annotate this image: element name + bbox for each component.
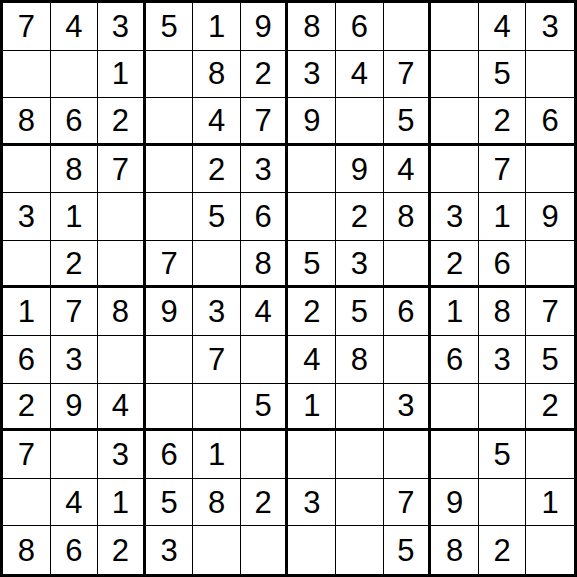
cell-r9c7[interactable]: 1	[288, 384, 336, 432]
cell-r12c2[interactable]: 6	[51, 526, 99, 574]
cell-r4c3[interactable]: 7	[98, 146, 146, 194]
cell-r5c9[interactable]: 8	[384, 193, 432, 241]
cell-r12c11[interactable]: 2	[479, 526, 527, 574]
cell-r2c4[interactable]	[146, 51, 194, 99]
cell-r1c11[interactable]: 4	[479, 3, 527, 51]
cell-r4c2[interactable]: 8	[51, 146, 99, 194]
cell-r12c5[interactable]	[193, 526, 241, 574]
cell-r5c11[interactable]: 1	[479, 193, 527, 241]
cell-r7c11[interactable]: 8	[479, 288, 527, 336]
cell-r7c8[interactable]: 5	[336, 288, 384, 336]
cell-r9c3[interactable]: 4	[98, 384, 146, 432]
cell-r8c3[interactable]	[98, 336, 146, 384]
cell-r10c10[interactable]	[431, 431, 479, 479]
cell-r11c10[interactable]: 9	[431, 479, 479, 527]
cell-r8c6[interactable]	[241, 336, 289, 384]
cell-r7c3[interactable]: 8	[98, 288, 146, 336]
cell-r8c1[interactable]: 6	[3, 336, 51, 384]
cell-r11c1[interactable]	[3, 479, 51, 527]
cell-r4c9[interactable]: 4	[384, 146, 432, 194]
cell-r1c9[interactable]	[384, 3, 432, 51]
cell-r1c5[interactable]: 1	[193, 3, 241, 51]
cell-r7c7[interactable]: 2	[288, 288, 336, 336]
cell-r9c6[interactable]: 5	[241, 384, 289, 432]
cell-r10c1[interactable]: 7	[3, 431, 51, 479]
cell-r7c4[interactable]: 9	[146, 288, 194, 336]
cell-r6c9[interactable]	[384, 241, 432, 289]
cell-r8c2[interactable]: 3	[51, 336, 99, 384]
cell-r1c4[interactable]: 5	[146, 3, 194, 51]
cell-r4c11[interactable]: 7	[479, 146, 527, 194]
cell-r4c7[interactable]	[288, 146, 336, 194]
cell-r5c8[interactable]: 2	[336, 193, 384, 241]
cell-r1c2[interactable]: 4	[51, 3, 99, 51]
cell-r3c7[interactable]: 9	[288, 98, 336, 146]
cell-r12c8[interactable]	[336, 526, 384, 574]
cell-r3c1[interactable]: 8	[3, 98, 51, 146]
cell-r9c9[interactable]: 3	[384, 384, 432, 432]
cell-r3c3[interactable]: 2	[98, 98, 146, 146]
cell-r7c5[interactable]: 3	[193, 288, 241, 336]
cell-r5c3[interactable]	[98, 193, 146, 241]
cell-r11c3[interactable]: 1	[98, 479, 146, 527]
cell-r9c12[interactable]: 2	[526, 384, 574, 432]
cell-r8c4[interactable]	[146, 336, 194, 384]
cell-r6c7[interactable]: 5	[288, 241, 336, 289]
cell-r4c12[interactable]	[526, 146, 574, 194]
cell-r10c3[interactable]: 3	[98, 431, 146, 479]
cell-r12c1[interactable]: 8	[3, 526, 51, 574]
cell-r10c6[interactable]	[241, 431, 289, 479]
cell-r8c7[interactable]: 4	[288, 336, 336, 384]
cell-r11c11[interactable]	[479, 479, 527, 527]
cell-r7c2[interactable]: 7	[51, 288, 99, 336]
cell-r5c12[interactable]: 9	[526, 193, 574, 241]
cell-r9c1[interactable]: 2	[3, 384, 51, 432]
cell-r9c8[interactable]	[336, 384, 384, 432]
cell-r3c12[interactable]: 6	[526, 98, 574, 146]
cell-r6c4[interactable]: 7	[146, 241, 194, 289]
cell-r2c7[interactable]: 3	[288, 51, 336, 99]
cell-r2c9[interactable]: 7	[384, 51, 432, 99]
cell-r2c10[interactable]	[431, 51, 479, 99]
cell-r12c3[interactable]: 2	[98, 526, 146, 574]
cell-r2c3[interactable]: 1	[98, 51, 146, 99]
cell-r2c5[interactable]: 8	[193, 51, 241, 99]
cell-r3c4[interactable]	[146, 98, 194, 146]
cell-r11c5[interactable]: 8	[193, 479, 241, 527]
cell-r4c10[interactable]	[431, 146, 479, 194]
cell-r4c6[interactable]: 3	[241, 146, 289, 194]
cell-r5c4[interactable]	[146, 193, 194, 241]
cell-r1c3[interactable]: 3	[98, 3, 146, 51]
cell-r10c12[interactable]	[526, 431, 574, 479]
cell-r4c1[interactable]	[3, 146, 51, 194]
cell-r6c10[interactable]: 2	[431, 241, 479, 289]
cell-r11c4[interactable]: 5	[146, 479, 194, 527]
cell-r6c11[interactable]: 6	[479, 241, 527, 289]
cell-r12c10[interactable]: 8	[431, 526, 479, 574]
cell-r8c11[interactable]: 3	[479, 336, 527, 384]
cell-r11c12[interactable]: 1	[526, 479, 574, 527]
cell-r9c4[interactable]	[146, 384, 194, 432]
cell-r7c12[interactable]: 7	[526, 288, 574, 336]
cell-r10c5[interactable]: 1	[193, 431, 241, 479]
cell-r3c2[interactable]: 6	[51, 98, 99, 146]
cell-r1c10[interactable]	[431, 3, 479, 51]
cell-r7c6[interactable]: 4	[241, 288, 289, 336]
cell-r11c9[interactable]: 7	[384, 479, 432, 527]
cell-r9c11[interactable]	[479, 384, 527, 432]
cell-r2c12[interactable]	[526, 51, 574, 99]
cell-r12c6[interactable]	[241, 526, 289, 574]
cell-r6c3[interactable]	[98, 241, 146, 289]
cell-r6c5[interactable]	[193, 241, 241, 289]
cell-r1c8[interactable]: 6	[336, 3, 384, 51]
cell-r1c12[interactable]: 3	[526, 3, 574, 51]
cell-r12c7[interactable]	[288, 526, 336, 574]
cell-r5c6[interactable]: 6	[241, 193, 289, 241]
cell-r3c9[interactable]: 5	[384, 98, 432, 146]
cell-r4c8[interactable]: 9	[336, 146, 384, 194]
cell-r5c7[interactable]	[288, 193, 336, 241]
cell-r6c12[interactable]	[526, 241, 574, 289]
cell-r10c9[interactable]	[384, 431, 432, 479]
cell-r3c8[interactable]	[336, 98, 384, 146]
cell-r6c8[interactable]: 3	[336, 241, 384, 289]
cell-r5c10[interactable]: 3	[431, 193, 479, 241]
cell-r9c10[interactable]	[431, 384, 479, 432]
sudoku-board-wrap: 7435198643182347586247952687239473156283…	[0, 0, 577, 577]
cell-r4c4[interactable]	[146, 146, 194, 194]
cell-r3c5[interactable]: 4	[193, 98, 241, 146]
cell-r8c10[interactable]: 6	[431, 336, 479, 384]
cell-r8c9[interactable]	[384, 336, 432, 384]
cell-r11c2[interactable]: 4	[51, 479, 99, 527]
cell-r10c4[interactable]: 6	[146, 431, 194, 479]
cell-r1c6[interactable]: 9	[241, 3, 289, 51]
cell-r8c12[interactable]: 5	[526, 336, 574, 384]
cell-r1c7[interactable]: 8	[288, 3, 336, 51]
cell-r2c6[interactable]: 2	[241, 51, 289, 99]
cell-r4c5[interactable]: 2	[193, 146, 241, 194]
sudoku-board: 7435198643182347586247952687239473156283…	[0, 0, 577, 577]
cell-r10c11[interactable]: 5	[479, 431, 527, 479]
cell-r7c1[interactable]: 1	[3, 288, 51, 336]
cell-r7c9[interactable]: 6	[384, 288, 432, 336]
cell-r9c2[interactable]: 9	[51, 384, 99, 432]
cell-r3c10[interactable]	[431, 98, 479, 146]
cell-r11c8[interactable]	[336, 479, 384, 527]
cell-r2c1[interactable]	[3, 51, 51, 99]
cell-r8c5[interactable]: 7	[193, 336, 241, 384]
cell-r6c6[interactable]: 8	[241, 241, 289, 289]
cell-r1c1[interactable]: 7	[3, 3, 51, 51]
cell-r10c2[interactable]	[51, 431, 99, 479]
cell-r7c10[interactable]: 1	[431, 288, 479, 336]
cell-r12c12[interactable]	[526, 526, 574, 574]
cell-r5c5[interactable]: 5	[193, 193, 241, 241]
cell-r9c5[interactable]	[193, 384, 241, 432]
cell-r12c9[interactable]: 5	[384, 526, 432, 574]
cell-r11c7[interactable]: 3	[288, 479, 336, 527]
cell-r6c1[interactable]	[3, 241, 51, 289]
cell-r8c8[interactable]: 8	[336, 336, 384, 384]
cell-r5c2[interactable]: 1	[51, 193, 99, 241]
cell-r5c1[interactable]: 3	[3, 193, 51, 241]
cell-r3c6[interactable]: 7	[241, 98, 289, 146]
cell-r10c7[interactable]	[288, 431, 336, 479]
cell-r2c8[interactable]: 4	[336, 51, 384, 99]
cell-r2c2[interactable]	[51, 51, 99, 99]
cell-r12c4[interactable]: 3	[146, 526, 194, 574]
cell-r6c2[interactable]: 2	[51, 241, 99, 289]
cell-r2c11[interactable]: 5	[479, 51, 527, 99]
cell-r10c8[interactable]	[336, 431, 384, 479]
cell-r11c6[interactable]: 2	[241, 479, 289, 527]
cell-r3c11[interactable]: 2	[479, 98, 527, 146]
